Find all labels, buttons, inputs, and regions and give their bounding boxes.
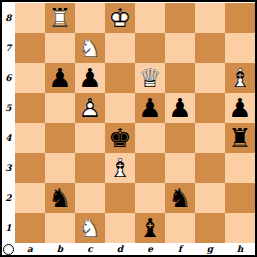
square-a1[interactable] [15, 213, 45, 243]
square-d7[interactable] [105, 33, 135, 63]
white-bishop-piece[interactable]: ♝♗ [105, 153, 135, 183]
black-bishop-piece[interactable]: ♝ [135, 213, 165, 243]
square-f8[interactable] [165, 3, 195, 33]
file-label-a: a [15, 243, 45, 255]
square-g5[interactable] [195, 93, 225, 123]
square-h2[interactable] [225, 183, 255, 213]
black-pawn-piece[interactable]: ♟ [165, 93, 195, 123]
square-e6[interactable]: ♛♕ [135, 63, 165, 93]
square-g6[interactable] [195, 63, 225, 93]
square-h5[interactable]: ♟ [225, 93, 255, 123]
black-knight-piece[interactable]: ♞ [45, 183, 75, 213]
rank-label-5: 5 [2, 93, 15, 123]
square-e4[interactable] [135, 123, 165, 153]
black-pawn-piece[interactable]: ♟ [75, 63, 105, 93]
square-b8[interactable]: ♜♖ [45, 3, 75, 33]
white-knight-piece[interactable]: ♞♘ [75, 33, 105, 63]
square-h4[interactable]: ♜ [225, 123, 255, 153]
square-f5[interactable]: ♟ [165, 93, 195, 123]
square-d8[interactable]: ♚♔ [105, 3, 135, 33]
square-h7[interactable] [225, 33, 255, 63]
white-rook-piece[interactable]: ♜♖ [45, 3, 75, 33]
rank-labels: 87654321 [2, 3, 15, 243]
square-a2[interactable] [15, 183, 45, 213]
white-queen-piece[interactable]: ♛♕ [135, 63, 165, 93]
square-h3[interactable] [225, 153, 255, 183]
white-king-piece[interactable]: ♚♔ [105, 3, 135, 33]
rank-label-7: 7 [2, 33, 15, 63]
square-c5[interactable]: ♟♙ [75, 93, 105, 123]
rank-label-8: 8 [2, 3, 15, 33]
square-e8[interactable] [135, 3, 165, 33]
square-f2[interactable]: ♞ [165, 183, 195, 213]
rank-label-4: 4 [2, 123, 15, 153]
square-d1[interactable] [105, 213, 135, 243]
square-c4[interactable] [75, 123, 105, 153]
square-h6[interactable]: ♝♗ [225, 63, 255, 93]
square-a4[interactable] [15, 123, 45, 153]
square-b2[interactable]: ♞ [45, 183, 75, 213]
black-pawn-piece[interactable]: ♟ [45, 63, 75, 93]
square-e5[interactable]: ♟ [135, 93, 165, 123]
rank-label-2: 2 [2, 183, 15, 213]
black-knight-piece[interactable]: ♞ [165, 183, 195, 213]
square-b6[interactable]: ♟ [45, 63, 75, 93]
square-h8[interactable] [225, 3, 255, 33]
black-pawn-piece[interactable]: ♟ [225, 93, 255, 123]
square-e3[interactable] [135, 153, 165, 183]
file-label-h: h [225, 243, 255, 255]
file-label-c: c [75, 243, 105, 255]
square-g4[interactable] [195, 123, 225, 153]
square-d6[interactable] [105, 63, 135, 93]
square-c7[interactable]: ♞♘ [75, 33, 105, 63]
square-d4[interactable]: ♚ [105, 123, 135, 153]
square-e1[interactable]: ♝ [135, 213, 165, 243]
file-label-e: e [135, 243, 165, 255]
rank-label-6: 6 [2, 63, 15, 93]
square-c1[interactable]: ♞♘ [75, 213, 105, 243]
rank-label-3: 3 [2, 153, 15, 183]
square-c2[interactable] [75, 183, 105, 213]
white-to-move-indicator [3, 244, 14, 255]
white-pawn-piece[interactable]: ♟♙ [75, 93, 105, 123]
square-b1[interactable] [45, 213, 75, 243]
white-bishop-piece[interactable]: ♝♗ [225, 63, 255, 93]
rank-label-1: 1 [2, 213, 15, 243]
square-c3[interactable] [75, 153, 105, 183]
file-label-d: d [105, 243, 135, 255]
square-c6[interactable]: ♟ [75, 63, 105, 93]
black-rook-piece[interactable]: ♜ [225, 123, 255, 153]
square-g8[interactable] [195, 3, 225, 33]
square-f3[interactable] [165, 153, 195, 183]
file-label-b: b [45, 243, 75, 255]
file-label-g: g [195, 243, 225, 255]
square-b5[interactable] [45, 93, 75, 123]
square-f7[interactable] [165, 33, 195, 63]
square-g7[interactable] [195, 33, 225, 63]
square-a7[interactable] [15, 33, 45, 63]
square-d2[interactable] [105, 183, 135, 213]
square-a5[interactable] [15, 93, 45, 123]
square-e2[interactable] [135, 183, 165, 213]
chess-board: ♜♖♚♔♞♘♟♟♛♕♝♗♟♙♟♟♟♚♜♝♗♞♞♞♘♝ [15, 3, 255, 243]
chess-diagram: ♜♖♚♔♞♘♟♟♛♕♝♗♟♙♟♟♟♚♜♝♗♞♞♞♘♝ 87654321 abcd… [0, 0, 257, 257]
square-g3[interactable] [195, 153, 225, 183]
square-d3[interactable]: ♝♗ [105, 153, 135, 183]
square-b7[interactable] [45, 33, 75, 63]
file-label-f: f [165, 243, 195, 255]
square-a8[interactable] [15, 3, 45, 33]
square-a3[interactable] [15, 153, 45, 183]
square-g1[interactable] [195, 213, 225, 243]
square-f4[interactable] [165, 123, 195, 153]
white-knight-piece[interactable]: ♞♘ [75, 213, 105, 243]
square-c8[interactable] [75, 3, 105, 33]
square-h1[interactable] [225, 213, 255, 243]
square-f1[interactable] [165, 213, 195, 243]
square-d5[interactable] [105, 93, 135, 123]
square-f6[interactable] [165, 63, 195, 93]
file-labels: abcdefgh [15, 243, 255, 255]
square-g2[interactable] [195, 183, 225, 213]
square-e7[interactable] [135, 33, 165, 63]
square-b4[interactable] [45, 123, 75, 153]
black-pawn-piece[interactable]: ♟ [135, 93, 165, 123]
black-king-piece[interactable]: ♚ [105, 123, 135, 153]
square-a6[interactable] [15, 63, 45, 93]
square-b3[interactable] [45, 153, 75, 183]
